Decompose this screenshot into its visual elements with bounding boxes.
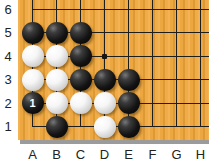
intersection-h4[interactable] (189, 44, 210, 68)
grid-vline (128, 21, 129, 45)
black-stone (70, 69, 92, 91)
intersection-c4[interactable] (69, 44, 93, 68)
row-label-2: 2 (0, 91, 16, 115)
intersection-c3[interactable] (69, 68, 93, 92)
intersection-h2[interactable] (189, 91, 210, 115)
white-stone (46, 69, 68, 91)
grid-hline (189, 126, 210, 127)
black-stone (94, 69, 116, 91)
intersection-a6[interactable] (21, 0, 45, 21)
column-label-d: D (93, 146, 117, 162)
grid-hline (189, 103, 210, 104)
black-stone (22, 22, 44, 44)
grid-vline (176, 21, 177, 45)
intersection-a2[interactable]: 1 (21, 91, 45, 115)
intersection-b3[interactable] (45, 68, 69, 92)
intersection-d3[interactable] (93, 68, 117, 92)
column-coordinate-labels: ABCDEFGH (21, 146, 210, 162)
grid-vline (152, 115, 153, 127)
row-coordinate-labels: 654321 (0, 0, 16, 138)
intersection-d2[interactable] (93, 91, 117, 115)
white-stone (70, 92, 92, 114)
black-stone (118, 69, 140, 91)
intersection-c2[interactable] (69, 91, 93, 115)
intersection-g2[interactable] (165, 91, 189, 115)
white-stone (46, 92, 68, 114)
column-label-a: A (21, 146, 45, 162)
row-label-5: 5 (0, 21, 16, 45)
row-label-6: 6 (0, 0, 16, 21)
grid-hline (189, 79, 210, 80)
grid-hline (189, 9, 210, 10)
intersection-b6[interactable] (45, 0, 69, 21)
grid-vline (176, 91, 177, 115)
intersection-e2[interactable] (117, 91, 141, 115)
intersection-d6[interactable] (93, 0, 117, 21)
column-label-g: G (165, 146, 189, 162)
grid-vline (128, 44, 129, 68)
white-stone (46, 45, 68, 67)
intersection-h3[interactable] (189, 68, 210, 92)
column-label-h: H (189, 146, 210, 162)
intersection-h6[interactable] (189, 0, 210, 21)
intersection-b5[interactable] (45, 21, 69, 45)
grid-vline (200, 21, 201, 45)
board-edge-shadow (20, 140, 209, 144)
grid-hline (32, 126, 45, 127)
intersection-c1[interactable] (69, 115, 93, 139)
intersection-h5[interactable] (189, 21, 210, 45)
goban: 1 (18, 0, 209, 140)
intersection-d4[interactable] (93, 44, 117, 68)
grid-vline (200, 0, 201, 21)
grid-vline (200, 91, 201, 115)
intersection-h1[interactable] (189, 115, 210, 139)
grid-vline (152, 21, 153, 45)
goban-grid: 1 (21, 0, 210, 138)
grid-vline (176, 0, 177, 21)
intersection-a4[interactable] (21, 44, 45, 68)
intersection-f3[interactable] (141, 68, 165, 92)
grid-vline (32, 0, 33, 21)
intersection-d1[interactable] (93, 115, 117, 139)
grid-vline (80, 115, 81, 127)
column-label-c: C (69, 146, 93, 162)
column-label-b: B (45, 146, 69, 162)
grid-vline (200, 68, 201, 92)
grid-vline (200, 44, 201, 68)
grid-vline (152, 0, 153, 21)
intersection-e5[interactable] (117, 21, 141, 45)
black-stone (46, 116, 68, 138)
intersection-g6[interactable] (165, 0, 189, 21)
intersection-e6[interactable] (117, 0, 141, 21)
move-number: 1 (22, 92, 44, 114)
grid-vline (152, 44, 153, 68)
grid-vline (104, 0, 105, 21)
white-stone (22, 69, 44, 91)
grid-vline (128, 0, 129, 21)
intersection-g3[interactable] (165, 68, 189, 92)
intersection-g5[interactable] (165, 21, 189, 45)
black-stone (118, 116, 140, 138)
intersection-e3[interactable] (117, 68, 141, 92)
grid-hline (32, 9, 45, 10)
black-stone (46, 22, 68, 44)
column-label-e: E (117, 146, 141, 162)
intersection-g4[interactable] (165, 44, 189, 68)
row-label-1: 1 (0, 115, 16, 139)
black-stone (118, 92, 140, 114)
grid-vline (80, 0, 81, 21)
grid-vline (152, 91, 153, 115)
intersection-f2[interactable] (141, 91, 165, 115)
white-stone (94, 116, 116, 138)
intersection-f4[interactable] (141, 44, 165, 68)
intersection-e4[interactable] (117, 44, 141, 68)
grid-vline (56, 0, 57, 21)
intersection-g1[interactable] (165, 115, 189, 139)
intersection-a1[interactable] (21, 115, 45, 139)
row-label-3: 3 (0, 68, 16, 92)
grid-vline (176, 68, 177, 92)
intersection-f6[interactable] (141, 0, 165, 21)
grid-vline (152, 68, 153, 92)
grid-hline (189, 32, 210, 33)
black-stone (70, 45, 92, 67)
white-stone (94, 92, 116, 114)
intersection-f5[interactable] (141, 21, 165, 45)
grid-hline (189, 56, 210, 57)
intersection-a5[interactable] (21, 21, 45, 45)
row-label-4: 4 (0, 44, 16, 68)
intersection-f1[interactable] (141, 115, 165, 139)
grid-vline (200, 115, 201, 127)
intersection-d5[interactable] (93, 21, 117, 45)
intersection-b2[interactable] (45, 91, 69, 115)
intersection-c6[interactable] (69, 0, 93, 21)
grid-vline (176, 115, 177, 127)
grid-vline (176, 44, 177, 68)
intersection-e1[interactable] (117, 115, 141, 139)
white-stone (22, 45, 44, 67)
black-stone (70, 22, 92, 44)
column-label-f: F (141, 146, 165, 162)
grid-vline (104, 21, 105, 45)
go-board-diagram: 1 654321 ABCDEFGH (0, 0, 209, 164)
grid-vline (32, 115, 33, 127)
intersection-a3[interactable] (21, 68, 45, 92)
star-point (102, 54, 107, 59)
intersection-b4[interactable] (45, 44, 69, 68)
intersection-b1[interactable] (45, 115, 69, 139)
black-stone: 1 (22, 92, 44, 114)
intersection-c5[interactable] (69, 21, 93, 45)
